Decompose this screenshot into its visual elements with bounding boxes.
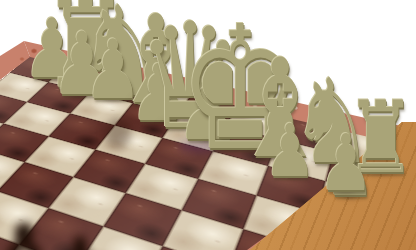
foreground-dark-pieces: ♝♟ [0,0,416,250]
chess-set-product-photo: ♜♞♝♛♚♝♞♜♟♟♟♟♟♟♟♟ ♝♟ [0,0,416,250]
foreground-dark-pawn: ♟ [42,226,119,250]
